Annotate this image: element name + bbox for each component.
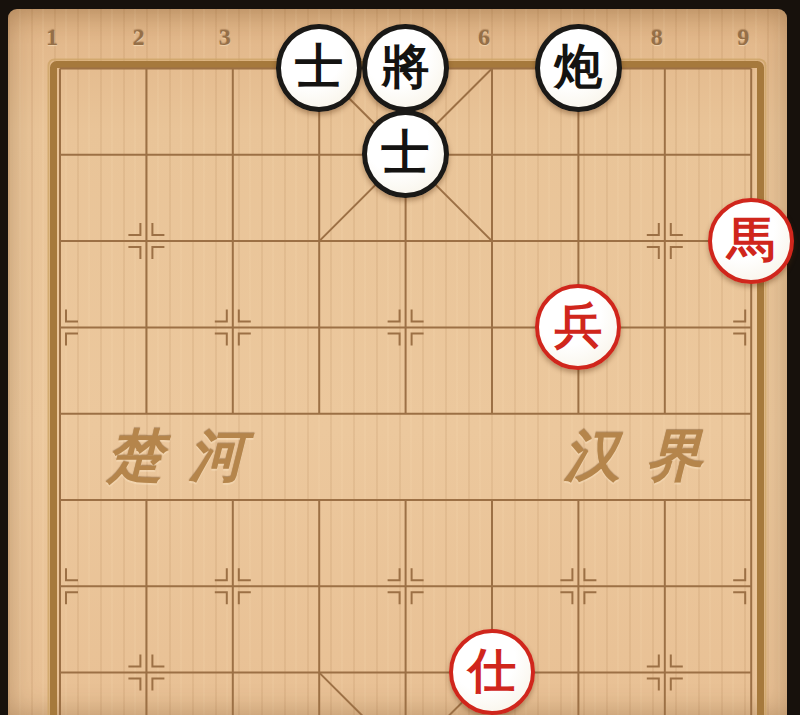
board-point-f9r3: 馬 (708, 197, 794, 283)
piece-red-horse[interactable]: 馬 (708, 198, 794, 284)
piece-black-general[interactable]: 將 (362, 24, 448, 112)
xiangqi-app: 123456789 楚河 汉界 士將炮士馬兵仕 (0, 0, 800, 715)
board-point-f6r8: 仕 (449, 629, 535, 715)
piece-character: 馬 (727, 216, 775, 264)
piece-character: 將 (382, 43, 430, 91)
piece-red-advisor[interactable]: 仕 (449, 629, 535, 715)
board[interactable]: 123456789 楚河 汉界 士將炮士馬兵仕 (8, 9, 787, 715)
board-point-f4r1: 士 (276, 25, 362, 111)
piece-character: 士 (382, 129, 430, 177)
pieces-layer: 士將炮士馬兵仕 (17, 25, 795, 715)
piece-character: 士 (295, 43, 343, 91)
piece-character: 炮 (554, 43, 602, 91)
piece-red-pawn[interactable]: 兵 (535, 284, 621, 370)
piece-black-cannon[interactable]: 炮 (535, 24, 621, 112)
piece-character: 仕 (468, 647, 516, 695)
piece-character: 兵 (554, 302, 602, 350)
board-point-f7r4: 兵 (535, 284, 621, 370)
piece-black-advisor-1[interactable]: 士 (276, 24, 362, 112)
board-point-f5r1: 將 (362, 25, 448, 111)
board-point-f7r1: 炮 (535, 25, 621, 111)
board-point-f5r2: 士 (362, 111, 448, 197)
piece-black-advisor-2[interactable]: 士 (362, 110, 448, 198)
